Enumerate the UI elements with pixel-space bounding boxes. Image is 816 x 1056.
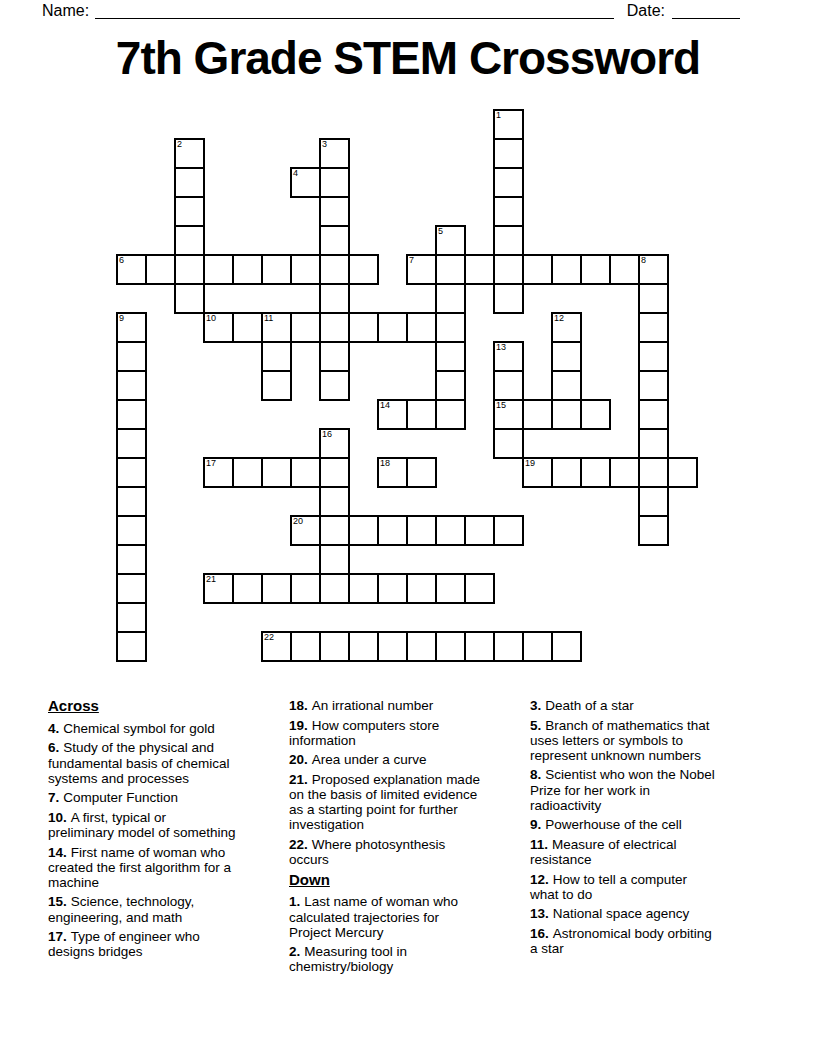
grid-cell[interactable]: [348, 515, 379, 546]
grid-cell[interactable]: [609, 254, 640, 285]
across-heading: Across: [48, 698, 281, 715]
clue-item: 4.Chemical symbol for gold: [48, 721, 281, 736]
grid-cell[interactable]: [493, 225, 524, 256]
grid-cell[interactable]: [493, 196, 524, 227]
grid-cell[interactable]: [406, 312, 437, 343]
grid-cell[interactable]: [261, 573, 292, 604]
grid-cell[interactable]: [203, 254, 234, 285]
clue-item: 18.An irrational number: [289, 698, 522, 713]
grid-cell[interactable]: [261, 457, 292, 488]
clue-text: Measure of electrical resistance: [530, 837, 677, 867]
grid-cell[interactable]: [290, 457, 321, 488]
grid-cell[interactable]: [406, 515, 437, 546]
cell-number: 10: [206, 314, 216, 323]
grid-cell[interactable]: [348, 312, 379, 343]
grid-cell[interactable]: [638, 457, 669, 488]
clue-number: 1.: [289, 894, 300, 909]
grid-cell[interactable]: [348, 631, 379, 662]
cell-number: 4: [293, 169, 298, 178]
clue-item: 22.Where photosynthesis occurs: [289, 837, 522, 867]
grid-cell[interactable]: [232, 457, 263, 488]
clue-item: 16.Astronomical body orbiting a star: [530, 926, 765, 956]
grid-cell[interactable]: [493, 370, 524, 401]
grid-cell[interactable]: [261, 370, 292, 401]
grid-cell[interactable]: [232, 254, 263, 285]
clue-text: How computers store information: [289, 718, 439, 748]
grid-cell[interactable]: [493, 167, 524, 198]
clue-item: 10.A first, typical or preliminary model…: [48, 810, 281, 840]
grid-cell[interactable]: [377, 515, 408, 546]
grid-cell[interactable]: [348, 254, 379, 285]
clue-number: 17.: [48, 929, 67, 944]
grid-cell[interactable]: [232, 312, 263, 343]
grid-cell[interactable]: [493, 631, 524, 662]
grid-cell[interactable]: [464, 631, 495, 662]
grid-cell[interactable]: [116, 457, 147, 488]
clue-item: 12.How to tell a computer what to do: [530, 872, 765, 902]
clue-text: How to tell a computer what to do: [530, 872, 687, 902]
clue-item: 13.National space agency: [530, 906, 765, 921]
grid-cell[interactable]: [174, 225, 205, 256]
clue-text: Scientist who won the Nobel Prize for he…: [530, 767, 715, 812]
name-label: Name:: [42, 2, 89, 20]
clue-column: 18.An irrational number19.How computers …: [289, 698, 522, 979]
cell-number: 19: [525, 459, 535, 468]
clue-item: 21.Proposed explanation made on the basi…: [289, 772, 522, 832]
clue-text: Where photosynthesis occurs: [289, 837, 445, 867]
grid-cell[interactable]: [116, 573, 147, 604]
grid-cell[interactable]: [493, 428, 524, 459]
grid-cell[interactable]: [116, 544, 147, 575]
grid-cell[interactable]: [493, 254, 524, 285]
clue-number: 19.: [289, 718, 308, 733]
clue-item: 17.Type of engineer who designs bridges: [48, 929, 281, 959]
clue-item: 9.Powerhouse of the cell: [530, 817, 765, 832]
grid-cell[interactable]: [116, 631, 147, 662]
grid-cell[interactable]: [406, 631, 437, 662]
clue-number: 15.: [48, 894, 67, 909]
clue-number: 13.: [530, 906, 549, 921]
grid-cell[interactable]: [551, 370, 582, 401]
cell-number: 3: [322, 140, 327, 149]
grid-cell[interactable]: [667, 457, 698, 488]
grid-cell[interactable]: [377, 573, 408, 604]
grid-cell[interactable]: [464, 515, 495, 546]
grid-cell[interactable]: [348, 573, 379, 604]
clue-number: 6.: [48, 740, 59, 755]
crossword-grid: 12345678910111213141516171819202122: [116, 109, 698, 662]
grid-cell[interactable]: [319, 283, 350, 314]
clue-number: 9.: [530, 817, 541, 832]
grid-cell[interactable]: [464, 254, 495, 285]
cell-number: 16: [322, 430, 332, 439]
clue-number: 3.: [530, 698, 541, 713]
clue-number: 16.: [530, 926, 549, 941]
grid-cell[interactable]: [580, 399, 611, 430]
clue-text: Study of the physical and fundamental ba…: [48, 740, 230, 785]
clue-item: 7.Computer Function: [48, 790, 281, 805]
clue-text: First name of woman who created the firs…: [48, 845, 231, 890]
grid-cell[interactable]: [319, 486, 350, 517]
clue-column: 3.Death of a star5.Branch of mathematics…: [530, 698, 765, 979]
grid-cell[interactable]: [551, 631, 582, 662]
grid-cell[interactable]: [290, 254, 321, 285]
grid-cell[interactable]: [174, 196, 205, 227]
clue-text: An irrational number: [312, 698, 434, 713]
grid-cell[interactable]: [319, 573, 350, 604]
grid-cell[interactable]: [522, 254, 553, 285]
cell-number: 17: [206, 459, 216, 468]
clue-number: 7.: [48, 790, 59, 805]
grid-cell[interactable]: [145, 254, 176, 285]
clue-number: 21.: [289, 772, 308, 787]
cell-number: 9: [119, 314, 124, 323]
clue-item: 20.Area under a curve: [289, 752, 522, 767]
clue-number: 5.: [530, 718, 541, 733]
sheet-header: Name: Date:: [42, 1, 740, 20]
grid-cell[interactable]: [435, 312, 466, 343]
grid-cell[interactable]: [116, 428, 147, 459]
cell-number: 20: [293, 517, 303, 526]
grid-cell[interactable]: [551, 457, 582, 488]
grid-cell[interactable]: [116, 602, 147, 633]
grid-cell[interactable]: [377, 631, 408, 662]
grid-cell[interactable]: [638, 428, 669, 459]
grid-cell[interactable]: [435, 399, 466, 430]
grid-cell[interactable]: [174, 283, 205, 314]
clue-item: 6.Study of the physical and fundamental …: [48, 740, 281, 785]
cell-number: 7: [409, 256, 414, 265]
clue-text: Chemical symbol for gold: [63, 721, 215, 736]
clue-text: National space agency: [553, 906, 690, 921]
grid-cell[interactable]: [406, 399, 437, 430]
grid-cell[interactable]: [638, 399, 669, 430]
clue-text: Area under a curve: [312, 752, 427, 767]
grid-cell[interactable]: [261, 254, 292, 285]
grid-cell[interactable]: [116, 370, 147, 401]
clue-column: Across4.Chemical symbol for gold6.Study …: [48, 698, 281, 979]
clue-item: 15.Science, technology, engineering, and…: [48, 894, 281, 924]
grid-cell[interactable]: [116, 399, 147, 430]
grid-cell[interactable]: [638, 486, 669, 517]
clue-number: 22.: [289, 837, 308, 852]
grid-cell[interactable]: [261, 341, 292, 372]
grid-cell[interactable]: [493, 138, 524, 169]
grid-cell[interactable]: [435, 254, 466, 285]
grid-cell[interactable]: [493, 515, 524, 546]
clue-text: Science, technology, engineering, and ma…: [48, 894, 194, 924]
clue-text: Death of a star: [545, 698, 634, 713]
grid-cell[interactable]: [319, 196, 350, 227]
clue-item: 5.Branch of mathematics that uses letter…: [530, 718, 765, 763]
grid-cell[interactable]: [290, 312, 321, 343]
grid-cell[interactable]: [435, 631, 466, 662]
cell-number: 18: [380, 459, 390, 468]
clue-number: 11.: [530, 837, 548, 852]
clue-text: A first, typical or preliminary model of…: [48, 810, 236, 840]
name-input-line[interactable]: [95, 4, 614, 19]
grid-cell[interactable]: [232, 573, 263, 604]
clue-text: Last name of woman who calculated trajec…: [289, 894, 458, 939]
clue-item: 11.Measure of electrical resistance: [530, 837, 765, 867]
clue-text: Computer Function: [63, 790, 178, 805]
clue-item: 2.Measuring tool in chemistry/biology: [289, 944, 522, 974]
cell-number: 6: [119, 256, 124, 265]
clue-number: 18.: [289, 698, 308, 713]
grid-cell[interactable]: [609, 457, 640, 488]
clue-text: Proposed explanation made on the basis o…: [289, 772, 480, 832]
cell-number: 22: [264, 633, 274, 642]
grid-cell[interactable]: [435, 573, 466, 604]
grid-cell[interactable]: [174, 167, 205, 198]
grid-cell[interactable]: [290, 631, 321, 662]
clue-list: Across4.Chemical symbol for gold6.Study …: [48, 698, 773, 979]
grid-cell[interactable]: [580, 254, 611, 285]
grid-cell[interactable]: [174, 254, 205, 285]
clue-text: Type of engineer who designs bridges: [48, 929, 200, 959]
grid-cell[interactable]: [319, 370, 350, 401]
grid-cell[interactable]: [319, 254, 350, 285]
grid-cell[interactable]: [319, 167, 350, 198]
grid-cell[interactable]: [435, 341, 466, 372]
clue-item: 8.Scientist who won the Nobel Prize for …: [530, 767, 765, 812]
clue-number: 2.: [289, 944, 300, 959]
grid-cell[interactable]: [319, 457, 350, 488]
grid-cell[interactable]: [406, 573, 437, 604]
clue-item: 14.First name of woman who created the f…: [48, 845, 281, 890]
date-input-line[interactable]: [672, 4, 740, 19]
grid-cell[interactable]: [464, 573, 495, 604]
clue-text: Powerhouse of the cell: [545, 817, 682, 832]
grid-cell[interactable]: [116, 515, 147, 546]
grid-cell[interactable]: [638, 312, 669, 343]
date-label: Date:: [627, 2, 665, 20]
clue-item: 3.Death of a star: [530, 698, 765, 713]
grid-cell[interactable]: [435, 283, 466, 314]
clue-text: Measuring tool in chemistry/biology: [289, 944, 407, 974]
grid-cell[interactable]: [435, 515, 466, 546]
grid-cell[interactable]: [638, 370, 669, 401]
clue-number: 12.: [530, 872, 549, 887]
grid-cell[interactable]: [319, 631, 350, 662]
grid-cell[interactable]: [319, 225, 350, 256]
cell-number: 2: [177, 140, 182, 149]
grid-cell[interactable]: [551, 399, 582, 430]
grid-cell[interactable]: [290, 573, 321, 604]
cell-number: 1: [496, 111, 501, 120]
clue-number: 4.: [48, 721, 59, 736]
grid-cell[interactable]: [116, 341, 147, 372]
cell-number: 8: [641, 256, 646, 265]
clue-number: 10.: [48, 810, 67, 825]
grid-cell[interactable]: [580, 457, 611, 488]
clue-number: 8.: [530, 767, 541, 782]
clue-number: 20.: [289, 752, 308, 767]
grid-cell[interactable]: [522, 399, 553, 430]
grid-cell[interactable]: [638, 515, 669, 546]
cell-number: 5: [438, 227, 443, 236]
cell-number: 14: [380, 401, 390, 410]
grid-cell[interactable]: [319, 312, 350, 343]
grid-cell[interactable]: [638, 341, 669, 372]
grid-cell[interactable]: [638, 283, 669, 314]
grid-cell[interactable]: [319, 341, 350, 372]
page-title: 7th Grade STEM Crossword: [0, 30, 816, 88]
cell-number: 12: [554, 314, 564, 323]
grid-cell[interactable]: [435, 370, 466, 401]
grid-cell[interactable]: [522, 631, 553, 662]
grid-cell[interactable]: [551, 254, 582, 285]
grid-cell[interactable]: [406, 457, 437, 488]
grid-cell[interactable]: [377, 312, 408, 343]
grid-cell[interactable]: [493, 283, 524, 314]
grid-cell[interactable]: [551, 341, 582, 372]
grid-cell[interactable]: [116, 486, 147, 517]
clue-item: 1.Last name of woman who calculated traj…: [289, 894, 522, 939]
clue-number: 14.: [48, 845, 67, 860]
grid-cell[interactable]: [319, 544, 350, 575]
clue-text: Astronomical body orbiting a star: [530, 926, 712, 956]
clue-text: Branch of mathematics that uses letters …: [530, 718, 710, 763]
grid-cell[interactable]: [319, 515, 350, 546]
cell-number: 21: [206, 575, 216, 584]
cell-number: 15: [496, 401, 506, 410]
down-heading: Down: [289, 872, 522, 889]
cell-number: 11: [264, 314, 273, 323]
clue-item: 19.How computers store information: [289, 718, 522, 748]
cell-number: 13: [496, 343, 506, 352]
